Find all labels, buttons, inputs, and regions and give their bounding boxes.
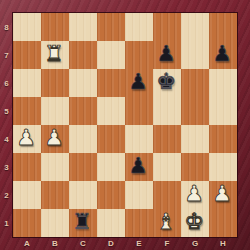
square-c2[interactable]	[69, 181, 97, 209]
square-h5[interactable]	[209, 97, 237, 125]
square-f5[interactable]	[153, 97, 181, 125]
square-d7[interactable]	[97, 41, 125, 69]
rank-label-7: 7	[0, 41, 13, 69]
white-pawn: ♟	[44, 127, 64, 149]
square-b5[interactable]	[41, 97, 69, 125]
square-c7[interactable]	[69, 41, 97, 69]
square-h7[interactable]: ♟	[209, 41, 237, 69]
white-pawn: ♟	[212, 183, 232, 205]
square-c5[interactable]	[69, 97, 97, 125]
square-c6[interactable]	[69, 69, 97, 97]
white-pawn: ♟	[184, 183, 204, 205]
black-rook: ♜	[72, 211, 92, 233]
square-d5[interactable]	[97, 97, 125, 125]
square-h8[interactable]	[209, 13, 237, 41]
square-g2[interactable]: ♟	[181, 181, 209, 209]
square-f6[interactable]: ♚	[153, 69, 181, 97]
square-h2[interactable]: ♟	[209, 181, 237, 209]
square-f2[interactable]	[153, 181, 181, 209]
file-label-d: D	[97, 237, 125, 250]
square-a3[interactable]	[13, 153, 41, 181]
square-e6[interactable]: ♟	[125, 69, 153, 97]
square-d1[interactable]	[97, 209, 125, 237]
square-b8[interactable]	[41, 13, 69, 41]
square-a5[interactable]	[13, 97, 41, 125]
square-d3[interactable]	[97, 153, 125, 181]
square-e3[interactable]: ♟	[125, 153, 153, 181]
square-g8[interactable]	[181, 13, 209, 41]
board: ♜♟♟♟♚♟♟♟♟♟♜♝♚	[13, 13, 237, 237]
rank-label-8: 8	[0, 13, 13, 41]
square-f8[interactable]	[153, 13, 181, 41]
white-king: ♚	[184, 211, 204, 233]
rank-label-2: 2	[0, 181, 13, 209]
square-f3[interactable]	[153, 153, 181, 181]
square-b1[interactable]	[41, 209, 69, 237]
square-a4[interactable]: ♟	[13, 125, 41, 153]
white-rook: ♜	[44, 43, 64, 65]
square-f7[interactable]: ♟	[153, 41, 181, 69]
white-bishop: ♝	[156, 211, 176, 233]
square-e4[interactable]	[125, 125, 153, 153]
rank-label-4: 4	[0, 125, 13, 153]
square-a7[interactable]	[13, 41, 41, 69]
square-b3[interactable]	[41, 153, 69, 181]
square-a6[interactable]	[13, 69, 41, 97]
square-h4[interactable]	[209, 125, 237, 153]
file-label-f: F	[153, 237, 181, 250]
file-label-g: G	[181, 237, 209, 250]
square-e2[interactable]	[125, 181, 153, 209]
black-king: ♚	[156, 71, 176, 93]
file-label-e: E	[125, 237, 153, 250]
square-c4[interactable]	[69, 125, 97, 153]
rank-label-1: 1	[0, 209, 13, 237]
square-f1[interactable]: ♝	[153, 209, 181, 237]
file-label-h: H	[209, 237, 237, 250]
square-h6[interactable]	[209, 69, 237, 97]
rank-labels: 87654321	[0, 13, 13, 237]
square-g4[interactable]	[181, 125, 209, 153]
square-f4[interactable]	[153, 125, 181, 153]
square-b4[interactable]: ♟	[41, 125, 69, 153]
square-a1[interactable]	[13, 209, 41, 237]
square-a2[interactable]	[13, 181, 41, 209]
square-d2[interactable]	[97, 181, 125, 209]
square-c1[interactable]: ♜	[69, 209, 97, 237]
square-g7[interactable]	[181, 41, 209, 69]
white-pawn: ♟	[16, 127, 36, 149]
square-d8[interactable]	[97, 13, 125, 41]
square-d6[interactable]	[97, 69, 125, 97]
square-e8[interactable]	[125, 13, 153, 41]
file-label-a: A	[13, 237, 41, 250]
square-g3[interactable]	[181, 153, 209, 181]
square-a8[interactable]	[13, 13, 41, 41]
square-h3[interactable]	[209, 153, 237, 181]
square-g6[interactable]	[181, 69, 209, 97]
square-g5[interactable]	[181, 97, 209, 125]
square-e5[interactable]	[125, 97, 153, 125]
black-pawn: ♟	[156, 43, 176, 65]
black-pawn: ♟	[128, 71, 148, 93]
square-g1[interactable]: ♚	[181, 209, 209, 237]
square-b2[interactable]	[41, 181, 69, 209]
square-c8[interactable]	[69, 13, 97, 41]
square-b6[interactable]	[41, 69, 69, 97]
square-c3[interactable]	[69, 153, 97, 181]
square-e7[interactable]	[125, 41, 153, 69]
file-label-b: B	[41, 237, 69, 250]
square-d4[interactable]	[97, 125, 125, 153]
black-pawn: ♟	[212, 43, 232, 65]
file-label-c: C	[69, 237, 97, 250]
rank-label-6: 6	[0, 69, 13, 97]
square-b7[interactable]: ♜	[41, 41, 69, 69]
chess-board-frame: 87654321 ♜♟♟♟♚♟♟♟♟♟♜♝♚ ABCDEFGH	[0, 0, 250, 250]
black-pawn: ♟	[128, 155, 148, 177]
square-h1[interactable]	[209, 209, 237, 237]
square-e1[interactable]	[125, 209, 153, 237]
file-labels: ABCDEFGH	[13, 237, 237, 250]
rank-label-3: 3	[0, 153, 13, 181]
rank-label-5: 5	[0, 97, 13, 125]
